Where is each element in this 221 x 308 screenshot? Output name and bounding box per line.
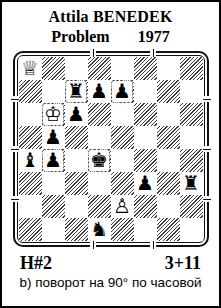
square-g2 <box>157 195 180 218</box>
black-bishop-a4: ♝ <box>21 150 39 171</box>
square-c3 <box>65 172 88 195</box>
square-c8 <box>65 57 88 80</box>
black-pawn-e7: ♟ <box>112 81 132 102</box>
square-e5 <box>111 126 134 149</box>
black-pawn-f3: ♟ <box>136 173 154 194</box>
white-king-b6: ♔ <box>43 104 63 125</box>
square-g3 <box>157 172 180 195</box>
square-e2: ♙ <box>111 195 134 218</box>
square-a5 <box>19 126 42 149</box>
square-f5 <box>134 126 157 149</box>
square-d8 <box>88 57 111 80</box>
black-knight-d1: ♞ <box>90 219 108 240</box>
stipulation-row: H#2 3+11 <box>2 253 219 273</box>
square-d6 <box>88 103 111 126</box>
white-queen-a8: ♕ <box>21 58 39 79</box>
source-line: Problem 1977 <box>2 27 219 47</box>
white-pawn-e2: ♙ <box>113 196 131 217</box>
square-h8 <box>180 57 203 80</box>
square-c2 <box>65 195 88 218</box>
square-d7: ♟ <box>88 80 111 103</box>
square-g7 <box>157 80 180 103</box>
square-f1 <box>134 218 157 241</box>
square-e4 <box>111 149 134 172</box>
square-g8 <box>157 57 180 80</box>
square-a8: ♕ <box>19 57 42 80</box>
square-d5 <box>88 126 111 149</box>
twin-condition-caption: b) поворот на 90° по часовой <box>2 274 219 291</box>
square-c7: ♜ <box>65 80 88 103</box>
stipulation-label: H#2 <box>20 253 52 273</box>
chess-board: ♕♜♟♟♔♟♟♝♟♚♟♜♙♞ <box>19 57 203 241</box>
black-pawn-c6: ♟ <box>67 104 85 125</box>
square-c4 <box>65 149 88 172</box>
square-g4 <box>157 149 180 172</box>
square-h7 <box>180 80 203 103</box>
square-g5 <box>157 126 180 149</box>
black-pawn-d7: ♟ <box>90 81 108 102</box>
square-b3 <box>42 172 65 195</box>
square-d2 <box>88 195 111 218</box>
frame-tick <box>150 49 156 57</box>
square-c6: ♟ <box>65 103 88 126</box>
square-f4 <box>134 149 157 172</box>
square-b6: ♔ <box>42 103 65 126</box>
chess-problem-diagram: Attila BENEDEK Problem 1977 ♕♜♟♟♔♟♟♝♟♚♟♜… <box>0 0 221 308</box>
frame-tick <box>203 96 211 102</box>
frame-tick <box>203 196 211 202</box>
square-e8 <box>111 57 134 80</box>
square-a7 <box>19 80 42 103</box>
square-a2 <box>19 195 42 218</box>
square-b7 <box>42 80 65 103</box>
board-frame: ♕♜♟♟♔♟♟♝♟♚♟♜♙♞ <box>13 51 209 247</box>
square-f7 <box>134 80 157 103</box>
square-a1 <box>19 218 42 241</box>
frame-tick <box>11 146 19 152</box>
square-f8 <box>134 57 157 80</box>
square-c5 <box>65 126 88 149</box>
square-h4 <box>180 149 203 172</box>
square-g6 <box>157 103 180 126</box>
square-d1: ♞ <box>88 218 111 241</box>
square-e7: ♟ <box>111 80 134 103</box>
square-a3 <box>19 172 42 195</box>
square-b5: ♟ <box>42 126 65 149</box>
frame-tick <box>203 146 211 152</box>
diagram-header: Attila BENEDEK Problem 1977 <box>2 7 219 47</box>
square-b4: ♟ <box>42 149 65 172</box>
square-d4: ♚ <box>88 149 111 172</box>
black-pawn-b4: ♟ <box>43 150 63 171</box>
piece-count-label: 3+11 <box>165 253 201 273</box>
black-pawn-b5: ♟ <box>44 127 62 148</box>
frame-tick <box>90 241 96 249</box>
author-name: Attila BENEDEK <box>2 7 219 27</box>
square-a4: ♝ <box>19 149 42 172</box>
square-h2 <box>180 195 203 218</box>
square-e3 <box>111 172 134 195</box>
square-b1 <box>42 218 65 241</box>
square-h3: ♜ <box>180 172 203 195</box>
square-f3: ♟ <box>134 172 157 195</box>
square-h5 <box>180 126 203 149</box>
square-a6 <box>19 103 42 126</box>
square-d3 <box>88 172 111 195</box>
black-king-d4: ♚ <box>89 150 109 171</box>
source-year: 1977 <box>138 27 170 47</box>
source-label: Problem <box>51 27 109 47</box>
square-h6 <box>180 103 203 126</box>
square-c1 <box>65 218 88 241</box>
square-g1 <box>157 218 180 241</box>
black-rook-h3: ♜ <box>182 173 200 194</box>
square-e1 <box>111 218 134 241</box>
frame-tick <box>11 96 19 102</box>
square-h1 <box>180 218 203 241</box>
black-rook-c7: ♜ <box>66 81 86 102</box>
square-b8 <box>42 57 65 80</box>
frame-tick <box>150 241 156 249</box>
square-e6 <box>111 103 134 126</box>
board-inner-border: ♕♜♟♟♔♟♟♝♟♚♟♜♙♞ <box>17 55 205 243</box>
square-f6 <box>134 103 157 126</box>
frame-tick <box>11 196 19 202</box>
frame-tick <box>90 49 96 57</box>
square-f2 <box>134 195 157 218</box>
square-b2 <box>42 195 65 218</box>
